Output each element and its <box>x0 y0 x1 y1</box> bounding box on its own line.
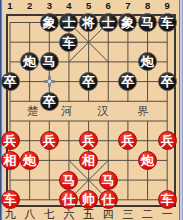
board-point[interactable]: 兵 <box>79 131 99 151</box>
board-point[interactable]: 相 <box>0 151 20 171</box>
board-point[interactable]: 仕 <box>59 190 79 210</box>
board-point[interactable] <box>98 91 118 111</box>
board-point[interactable]: 卒 <box>157 72 177 92</box>
board-point[interactable] <box>138 170 158 190</box>
piece-black-horse[interactable]: 马 <box>138 13 157 32</box>
piece-black-elephant[interactable]: 象 <box>40 13 59 32</box>
last-move-marker <box>44 76 55 87</box>
board-point[interactable]: 兵 <box>39 131 59 151</box>
board-point[interactable] <box>20 91 40 111</box>
board-point[interactable] <box>20 190 40 210</box>
board-point[interactable] <box>39 170 59 190</box>
board-point[interactable] <box>20 170 40 190</box>
board-point[interactable]: 将 <box>79 13 99 33</box>
board-point[interactable]: 马 <box>59 170 79 190</box>
piece-red-elephant[interactable]: 相 <box>79 151 98 170</box>
board-point[interactable] <box>138 131 158 151</box>
board-point[interactable]: 炮 <box>138 52 158 72</box>
board-point[interactable] <box>79 170 99 190</box>
file-label-top: 3 <box>42 0 56 11</box>
piece-black-chariot[interactable]: 车 <box>158 13 177 32</box>
board-point[interactable] <box>59 72 79 92</box>
board-point[interactable]: 兵 <box>0 131 20 151</box>
board-point[interactable]: 车 <box>59 32 79 52</box>
board-point[interactable] <box>0 170 20 190</box>
piece-black-general[interactable]: 将 <box>79 13 98 32</box>
piece-red-chariot[interactable]: 车 <box>1 190 20 209</box>
board-point[interactable] <box>20 13 40 33</box>
board-point[interactable]: 炮 <box>20 151 40 171</box>
piece-red-chariot[interactable]: 车 <box>158 190 177 209</box>
piece-black-soldier[interactable]: 卒 <box>1 72 20 91</box>
board-point[interactable]: 马 <box>98 170 118 190</box>
board-point[interactable]: 仕 <box>98 190 118 210</box>
board-point[interactable] <box>138 190 158 210</box>
board-point[interactable]: 炮 <box>20 52 40 72</box>
board-point[interactable] <box>20 72 40 92</box>
board-point[interactable] <box>118 91 138 111</box>
piece-red-advisor[interactable]: 仕 <box>59 190 78 209</box>
file-label-top: 1 <box>3 0 17 11</box>
piece-red-horse[interactable]: 马 <box>99 171 118 190</box>
board-point[interactable] <box>79 111 99 131</box>
piece-red-advisor[interactable]: 仕 <box>99 190 118 209</box>
board-point[interactable]: 兵 <box>118 131 138 151</box>
piece-red-general[interactable]: 帅 <box>79 190 98 209</box>
piece-red-soldier[interactable]: 兵 <box>1 131 20 150</box>
board-point[interactable]: 炮 <box>138 151 158 171</box>
board-point[interactable] <box>118 52 138 72</box>
board-point[interactable]: 卒 <box>118 72 138 92</box>
piece-red-soldier[interactable]: 兵 <box>79 131 98 150</box>
board-point[interactable] <box>98 72 118 92</box>
board-point[interactable] <box>0 32 20 52</box>
board-point[interactable] <box>138 91 158 111</box>
board-point[interactable] <box>98 52 118 72</box>
board-point[interactable] <box>118 190 138 210</box>
piece-black-advisor[interactable]: 士 <box>59 13 78 32</box>
piece-black-soldier[interactable]: 卒 <box>79 72 98 91</box>
board-point[interactable] <box>59 111 79 131</box>
board-point[interactable] <box>157 151 177 171</box>
board-point[interactable] <box>20 131 40 151</box>
piece-red-cannon[interactable]: 炮 <box>20 151 39 170</box>
board-point[interactable]: 卒 <box>79 72 99 92</box>
piece-black-cannon[interactable]: 炮 <box>20 52 39 71</box>
board-point[interactable] <box>59 131 79 151</box>
board-point[interactable] <box>0 91 20 111</box>
board-point[interactable] <box>20 32 40 52</box>
board-point[interactable]: 车 <box>157 13 177 33</box>
board-point[interactable] <box>98 131 118 151</box>
board-point[interactable] <box>138 32 158 52</box>
piece-black-cannon[interactable]: 炮 <box>138 52 157 71</box>
board-point[interactable]: 士 <box>59 13 79 33</box>
board-point[interactable]: 象 <box>118 13 138 33</box>
board-point[interactable]: 相 <box>79 151 99 171</box>
file-label-top: 5 <box>82 0 96 11</box>
board-point[interactable] <box>20 111 40 131</box>
piece-black-soldier[interactable]: 卒 <box>40 92 59 111</box>
board-point[interactable] <box>0 13 20 33</box>
piece-red-elephant[interactable]: 相 <box>1 151 20 170</box>
board-point[interactable] <box>39 72 59 92</box>
board-point[interactable]: 象 <box>39 13 59 33</box>
board-point[interactable] <box>118 111 138 131</box>
board-point[interactable] <box>138 72 158 92</box>
board-point[interactable] <box>118 32 138 52</box>
board-point[interactable] <box>138 111 158 131</box>
board-point[interactable]: 车 <box>157 190 177 210</box>
board-point[interactable] <box>157 111 177 131</box>
board-point[interactable] <box>79 32 99 52</box>
piece-black-chariot[interactable]: 车 <box>59 33 78 52</box>
board-point[interactable]: 卒 <box>39 91 59 111</box>
board-point[interactable]: 卒 <box>0 72 20 92</box>
file-label-top: 8 <box>141 0 155 11</box>
board-point[interactable] <box>39 151 59 171</box>
piece-red-horse[interactable]: 马 <box>59 171 78 190</box>
board-point[interactable] <box>39 111 59 131</box>
board-point[interactable] <box>118 151 138 171</box>
piece-red-soldier[interactable]: 兵 <box>118 131 137 150</box>
board-point[interactable] <box>79 91 99 111</box>
file-label-top: 6 <box>101 0 115 11</box>
piece-black-advisor[interactable]: 士 <box>99 13 118 32</box>
file-label-top: 4 <box>62 0 76 11</box>
piece-black-soldier[interactable]: 卒 <box>158 72 177 91</box>
file-label-top: 7 <box>121 0 135 11</box>
board-point[interactable] <box>157 170 177 190</box>
board-grid: 象士将士象马车车炮马炮卒卒卒卒卒兵兵兵兵兵相炮相炮马马车仕帅仕车 <box>0 13 177 210</box>
board-point[interactable]: 帅 <box>79 190 99 210</box>
board-point[interactable] <box>157 32 177 52</box>
board-point[interactable]: 马 <box>138 13 158 33</box>
board-point[interactable] <box>59 52 79 72</box>
board-point[interactable] <box>59 91 79 111</box>
board-point[interactable] <box>59 151 79 171</box>
xiangqi-board: 123456789 楚河汉界 九八七六五四三二一 象士将士象马车车炮马炮卒卒卒卒… <box>0 0 183 220</box>
piece-red-soldier[interactable]: 兵 <box>40 131 59 150</box>
board-point[interactable] <box>98 111 118 131</box>
board-point[interactable] <box>157 91 177 111</box>
board-point[interactable]: 车 <box>0 190 20 210</box>
piece-red-cannon[interactable]: 炮 <box>138 151 157 170</box>
board-point[interactable] <box>0 111 20 131</box>
board-point[interactable] <box>79 52 99 72</box>
file-label-top: 2 <box>23 0 37 11</box>
board-point[interactable] <box>39 190 59 210</box>
piece-black-elephant[interactable]: 象 <box>118 13 137 32</box>
piece-black-horse[interactable]: 马 <box>40 52 59 71</box>
board-point[interactable] <box>157 52 177 72</box>
file-label-top: 9 <box>160 0 174 11</box>
board-point[interactable]: 士 <box>98 13 118 33</box>
board-point[interactable]: 马 <box>39 52 59 72</box>
piece-black-soldier[interactable]: 卒 <box>118 72 137 91</box>
board-point[interactable] <box>118 170 138 190</box>
piece-red-soldier[interactable]: 兵 <box>158 131 177 150</box>
board-point[interactable] <box>98 151 118 171</box>
board-point[interactable] <box>0 52 20 72</box>
board-point[interactable]: 兵 <box>157 131 177 151</box>
board-point[interactable] <box>98 32 118 52</box>
board-point[interactable] <box>39 32 59 52</box>
